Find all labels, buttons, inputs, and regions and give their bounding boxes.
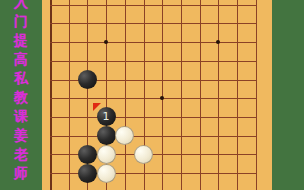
grid-hline	[50, 98, 257, 99]
grid-vline	[50, 0, 52, 190]
black-stone[interactable]	[78, 145, 97, 164]
banner-char: 老	[14, 145, 28, 164]
banner-char: 提	[14, 31, 28, 50]
grid-vline	[69, 0, 70, 190]
grid-hline	[50, 5, 257, 6]
banner-char: 课	[14, 107, 28, 126]
go-board[interactable]: 1	[42, 0, 272, 190]
grid-vline	[200, 0, 201, 190]
stone-move-number: 1	[103, 111, 110, 122]
grid-vline	[218, 0, 219, 190]
banner-char: 私	[14, 69, 28, 88]
white-stone[interactable]	[97, 164, 116, 183]
banner-char: 师	[14, 164, 28, 183]
left-green-banner: 入门提高私教课姜老师	[0, 0, 42, 190]
banner-char: 姜	[14, 126, 28, 145]
star-point	[104, 40, 108, 44]
left-banner-text: 入门提高私教课姜老师	[0, 0, 42, 183]
grid-vline	[181, 0, 182, 190]
white-stone[interactable]	[134, 145, 153, 164]
grid-hline	[50, 117, 257, 118]
grid-vline	[237, 0, 238, 190]
banner-char: 高	[14, 50, 28, 69]
video-frame: 1 入门提高私教课姜老师	[0, 0, 304, 190]
grid-hline	[50, 61, 257, 62]
grid-vline	[125, 0, 126, 190]
right-green-banner	[272, 0, 304, 190]
banner-char: 教	[14, 88, 28, 107]
black-stone[interactable]	[78, 70, 97, 89]
last-move-triangle-marker	[93, 103, 101, 111]
black-stone[interactable]	[78, 164, 97, 183]
grid-hline	[50, 23, 257, 24]
grid-vline	[162, 0, 163, 190]
white-stone[interactable]	[115, 126, 134, 145]
grid-vline	[256, 0, 257, 190]
grid-hline	[50, 42, 257, 43]
black-stone[interactable]	[97, 126, 116, 145]
white-stone[interactable]	[97, 145, 116, 164]
star-point	[216, 40, 220, 44]
banner-char: 入	[14, 0, 28, 12]
grid-hline	[50, 136, 257, 137]
banner-char: 门	[14, 12, 28, 31]
star-point	[160, 96, 164, 100]
